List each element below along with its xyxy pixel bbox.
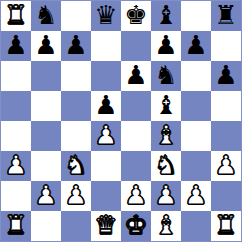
black-knight-piece: ♞ xyxy=(154,60,177,90)
square-f5[interactable]: ♝ xyxy=(151,91,181,121)
square-g8[interactable] xyxy=(181,1,211,31)
square-h6[interactable]: ♟ xyxy=(211,61,241,91)
white-pawn-piece: ♟ xyxy=(64,180,87,210)
square-f3[interactable]: ♞ xyxy=(151,151,181,181)
square-b1[interactable] xyxy=(31,211,61,241)
square-f8[interactable]: ♝ xyxy=(151,1,181,31)
square-c4[interactable] xyxy=(61,121,91,151)
square-d6[interactable] xyxy=(91,61,121,91)
black-pawn-piece: ♟ xyxy=(214,60,237,90)
square-f2[interactable]: ♟ xyxy=(151,181,181,211)
white-rook-piece: ♜ xyxy=(4,210,27,240)
white-queen-piece: ♛ xyxy=(94,210,117,240)
black-pawn-piece: ♟ xyxy=(154,30,177,60)
square-g3[interactable] xyxy=(181,151,211,181)
white-pawn-piece: ♟ xyxy=(94,120,117,150)
black-pawn-piece: ♟ xyxy=(124,60,147,90)
black-bishop-piece: ♝ xyxy=(154,90,177,120)
square-d3[interactable] xyxy=(91,151,121,181)
square-a2[interactable] xyxy=(1,181,31,211)
square-h7[interactable] xyxy=(211,31,241,61)
square-g6[interactable] xyxy=(181,61,211,91)
chess-board-frame: ♜♞♛♚♝♜♟♟♟♟♟♟♞♟♟♝♟♝♟♞♞♟♟♟♟♟♟♜♛♚♝♜ xyxy=(0,0,242,242)
square-c7[interactable]: ♟ xyxy=(61,31,91,61)
square-f1[interactable]: ♝ xyxy=(151,211,181,241)
square-a7[interactable]: ♟ xyxy=(1,31,31,61)
white-pawn-piece: ♟ xyxy=(184,180,207,210)
white-knight-piece: ♞ xyxy=(154,150,177,180)
square-g5[interactable] xyxy=(181,91,211,121)
black-pawn-piece: ♟ xyxy=(184,30,207,60)
black-knight-piece: ♞ xyxy=(34,0,57,30)
square-a4[interactable] xyxy=(1,121,31,151)
square-b4[interactable] xyxy=(31,121,61,151)
white-king-piece: ♚ xyxy=(124,210,147,240)
white-knight-piece: ♞ xyxy=(64,150,87,180)
square-e8[interactable]: ♚ xyxy=(121,1,151,31)
black-rook-piece: ♜ xyxy=(214,0,237,30)
square-f7[interactable]: ♟ xyxy=(151,31,181,61)
white-pawn-piece: ♟ xyxy=(4,150,27,180)
square-c1[interactable] xyxy=(61,211,91,241)
white-pawn-piece: ♟ xyxy=(154,180,177,210)
square-f6[interactable]: ♞ xyxy=(151,61,181,91)
black-pawn-piece: ♟ xyxy=(4,30,27,60)
square-g7[interactable]: ♟ xyxy=(181,31,211,61)
square-h5[interactable] xyxy=(211,91,241,121)
square-a6[interactable] xyxy=(1,61,31,91)
square-b3[interactable] xyxy=(31,151,61,181)
square-d5[interactable]: ♟ xyxy=(91,91,121,121)
white-pawn-piece: ♟ xyxy=(124,180,147,210)
square-f4[interactable]: ♝ xyxy=(151,121,181,151)
black-bishop-piece: ♝ xyxy=(154,0,177,30)
black-queen-piece: ♛ xyxy=(94,0,117,30)
square-h8[interactable]: ♜ xyxy=(211,1,241,31)
chess-board: ♜♞♛♚♝♜♟♟♟♟♟♟♞♟♟♝♟♝♟♞♞♟♟♟♟♟♟♜♛♚♝♜ xyxy=(1,1,241,241)
square-c5[interactable] xyxy=(61,91,91,121)
black-pawn-piece: ♟ xyxy=(64,30,87,60)
square-g4[interactable] xyxy=(181,121,211,151)
square-b2[interactable]: ♟ xyxy=(31,181,61,211)
square-e5[interactable] xyxy=(121,91,151,121)
square-b5[interactable] xyxy=(31,91,61,121)
square-d1[interactable]: ♛ xyxy=(91,211,121,241)
square-g1[interactable] xyxy=(181,211,211,241)
square-c3[interactable]: ♞ xyxy=(61,151,91,181)
square-a5[interactable] xyxy=(1,91,31,121)
white-bishop-piece: ♝ xyxy=(154,210,177,240)
square-b7[interactable]: ♟ xyxy=(31,31,61,61)
square-a1[interactable]: ♜ xyxy=(1,211,31,241)
white-bishop-piece: ♝ xyxy=(154,120,177,150)
square-c8[interactable] xyxy=(61,1,91,31)
square-e4[interactable] xyxy=(121,121,151,151)
square-e7[interactable] xyxy=(121,31,151,61)
black-pawn-piece: ♟ xyxy=(34,30,57,60)
square-e3[interactable] xyxy=(121,151,151,181)
square-b6[interactable] xyxy=(31,61,61,91)
white-rook-piece: ♜ xyxy=(4,0,27,30)
square-d2[interactable] xyxy=(91,181,121,211)
square-d8[interactable]: ♛ xyxy=(91,1,121,31)
square-e1[interactable]: ♚ xyxy=(121,211,151,241)
white-rook-piece: ♜ xyxy=(214,210,237,240)
white-pawn-piece: ♟ xyxy=(214,150,237,180)
square-d7[interactable] xyxy=(91,31,121,61)
square-d4[interactable]: ♟ xyxy=(91,121,121,151)
square-b8[interactable]: ♞ xyxy=(31,1,61,31)
square-h3[interactable]: ♟ xyxy=(211,151,241,181)
square-h4[interactable] xyxy=(211,121,241,151)
square-a3[interactable]: ♟ xyxy=(1,151,31,181)
square-e6[interactable]: ♟ xyxy=(121,61,151,91)
white-pawn-piece: ♟ xyxy=(34,180,57,210)
black-pawn-piece: ♟ xyxy=(94,90,117,120)
square-c6[interactable] xyxy=(61,61,91,91)
square-h1[interactable]: ♜ xyxy=(211,211,241,241)
square-g2[interactable]: ♟ xyxy=(181,181,211,211)
square-h2[interactable] xyxy=(211,181,241,211)
black-king-piece: ♚ xyxy=(124,0,147,30)
square-c2[interactable]: ♟ xyxy=(61,181,91,211)
square-a8[interactable]: ♜ xyxy=(1,1,31,31)
square-e2[interactable]: ♟ xyxy=(121,181,151,211)
